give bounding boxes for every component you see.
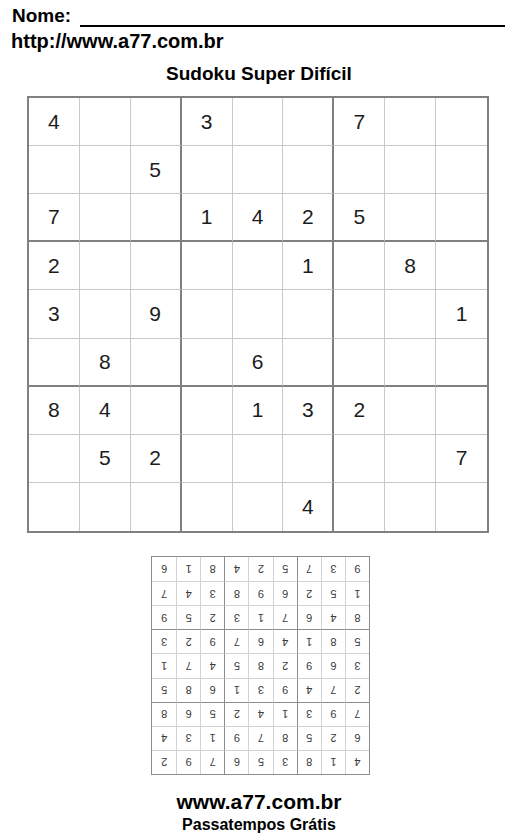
sudoku-cell-r5c9: 1 [436,290,487,338]
sudoku-cell-r9c7 [334,483,385,531]
solution-cell-r3c1: 7 [345,702,369,726]
solution-cell-r6c1: 5 [345,629,369,653]
sudoku-cell-r7c1: 8 [29,387,80,435]
solution-cell-r3c6: 2 [224,702,248,726]
sudoku-cell-r9c8 [385,483,436,531]
solution-cell-r3c5: 4 [248,702,272,726]
solution-cell-r8c3: 2 [297,581,321,605]
solution-cell-r4c2: 7 [321,678,345,702]
sudoku-cell-r8c1 [29,435,80,483]
sudoku-cell-r7c7: 2 [334,387,385,435]
solution-cell-r4c7: 6 [200,678,224,702]
name-fill-line [80,5,505,27]
sudoku-cell-r3c5: 4 [233,194,284,242]
sudoku-cell-r4c7 [334,242,385,290]
sudoku-cell-r2c2 [80,146,131,194]
solution-cell-r3c4: 1 [273,702,297,726]
sudoku-cell-r2c3: 5 [131,146,182,194]
solution-cell-r6c8: 2 [176,629,200,653]
solution-cell-r8c2: 5 [321,581,345,605]
sudoku-cell-r6c8 [385,339,436,387]
sudoku-cell-r4c3 [131,242,182,290]
solution-cell-r8c9: 7 [152,581,176,605]
sudoku-cell-r5c4 [182,290,233,338]
sudoku-cell-r5c7 [334,290,385,338]
solution-cell-r1c1: 4 [345,750,369,774]
solution-cell-r8c1: 1 [345,581,369,605]
page-title: Sudoku Super Difícil [0,63,518,85]
solution-cell-r9c4: 5 [273,557,297,581]
sudoku-cell-r4c8: 8 [385,242,436,290]
solution-cell-r5c3: 9 [297,653,321,677]
name-row: Nome: [12,5,505,27]
sudoku-cell-r3c2 [80,194,131,242]
solution-cell-r4c8: 8 [176,678,200,702]
sudoku-cell-r8c3: 2 [131,435,182,483]
sudoku-cell-r5c6 [283,290,334,338]
solution-cell-r2c7: 1 [200,726,224,750]
sudoku-cell-r4c1: 2 [29,242,80,290]
sudoku-cell-r6c4 [182,339,233,387]
sudoku-cell-r6c9 [436,339,487,387]
sudoku-cell-r7c2: 4 [80,387,131,435]
solution-cell-r8c5: 9 [248,581,272,605]
solution-cell-r5c2: 6 [321,653,345,677]
sudoku-cell-r1c7: 7 [334,98,385,146]
solution-cell-r1c7: 7 [200,750,224,774]
sudoku-cell-r9c4 [182,483,233,531]
sudoku-cell-r4c4 [182,242,233,290]
sudoku-cell-r4c9 [436,242,487,290]
solution-cell-r7c3: 6 [297,605,321,629]
solution-cell-r1c6: 6 [224,750,248,774]
solution-cell-r7c8: 5 [176,605,200,629]
footer-site: www.a77.com.br [0,790,518,814]
sudoku-cell-r1c5 [233,98,284,146]
solution-cell-r4c3: 4 [297,678,321,702]
solution-cell-r5c5: 8 [248,653,272,677]
solution-cell-r7c5: 1 [248,605,272,629]
sudoku-cell-r1c9 [436,98,487,146]
solution-cell-r3c7: 5 [200,702,224,726]
solution-cell-r7c2: 4 [321,605,345,629]
solution-cell-r1c3: 8 [297,750,321,774]
solution-cell-r5c6: 5 [224,653,248,677]
solution-cell-r5c4: 2 [273,653,297,677]
sudoku-solution-grid: 4183567926258791347931425682749316853692… [151,556,370,775]
sudoku-cell-r7c4 [182,387,233,435]
solution-cell-r6c5: 6 [248,629,272,653]
sudoku-cell-r7c5: 1 [233,387,284,435]
sudoku-cell-r9c2 [80,483,131,531]
solution-cell-r7c6: 3 [224,605,248,629]
sudoku-cell-r5c2 [80,290,131,338]
sudoku-cell-r6c1 [29,339,80,387]
sudoku-cell-r3c8 [385,194,436,242]
sudoku-cell-r1c1: 4 [29,98,80,146]
solution-cell-r1c9: 2 [152,750,176,774]
solution-cell-r3c3: 3 [297,702,321,726]
solution-cell-r9c8: 1 [176,557,200,581]
solution-cell-r4c9: 5 [152,678,176,702]
solution-cell-r9c2: 3 [321,557,345,581]
solution-cell-r5c8: 7 [176,653,200,677]
sudoku-cell-r3c9 [436,194,487,242]
name-label: Nome: [12,5,71,27]
solution-cell-r4c1: 2 [345,678,369,702]
sudoku-cell-r1c4: 3 [182,98,233,146]
sudoku-cell-r2c4 [182,146,233,194]
solution-cell-r9c3: 7 [297,557,321,581]
solution-cell-r2c5: 7 [248,726,272,750]
solution-cell-r2c2: 2 [321,726,345,750]
solution-cell-r2c3: 5 [297,726,321,750]
sudoku-cell-r6c7 [334,339,385,387]
solution-cell-r6c7: 9 [200,629,224,653]
sudoku-cell-r3c4: 1 [182,194,233,242]
solution-cell-r1c4: 3 [273,750,297,774]
solution-cell-r7c9: 9 [152,605,176,629]
solution-cell-r6c2: 8 [321,629,345,653]
sudoku-cell-r9c9 [436,483,487,531]
sudoku-cell-r9c1 [29,483,80,531]
sudoku-cell-r5c3: 9 [131,290,182,338]
sudoku-cell-r7c9 [436,387,487,435]
solution-cell-r6c4: 4 [273,629,297,653]
sudoku-cell-r5c8 [385,290,436,338]
sudoku-cell-r6c6 [283,339,334,387]
sudoku-cell-r8c7 [334,435,385,483]
sudoku-cell-r6c5: 6 [233,339,284,387]
sudoku-cell-r3c6: 2 [283,194,334,242]
solution-cell-r3c2: 9 [321,702,345,726]
solution-cell-r5c7: 4 [200,653,224,677]
sudoku-cell-r4c2 [80,242,131,290]
sudoku-cell-r2c1 [29,146,80,194]
solution-cell-r1c2: 1 [321,750,345,774]
sudoku-cell-r3c7: 5 [334,194,385,242]
solution-cell-r9c6: 4 [224,557,248,581]
sudoku-cell-r4c6: 1 [283,242,334,290]
solution-cell-r8c8: 4 [176,581,200,605]
sudoku-cell-r2c9 [436,146,487,194]
sudoku-cell-r2c7 [334,146,385,194]
solution-cell-r1c5: 5 [248,750,272,774]
solution-cell-r2c4: 8 [273,726,297,750]
sudoku-cell-r8c2: 5 [80,435,131,483]
solution-cell-r2c9: 4 [152,726,176,750]
solution-cell-r7c1: 8 [345,605,369,629]
sudoku-cell-r3c1: 7 [29,194,80,242]
solution-cell-r9c7: 8 [200,557,224,581]
sudoku-cell-r7c6: 3 [283,387,334,435]
sudoku-cell-r2c8 [385,146,436,194]
solution-cell-r2c1: 6 [345,726,369,750]
sudoku-cell-r9c3 [131,483,182,531]
solution-cell-r8c4: 6 [273,581,297,605]
sudoku-cell-r1c2 [80,98,131,146]
solution-cell-r4c5: 3 [248,678,272,702]
solution-cell-r5c1: 3 [345,653,369,677]
solution-cell-r3c8: 6 [176,702,200,726]
solution-cell-r9c1: 9 [345,557,369,581]
solution-cell-r1c8: 9 [176,750,200,774]
solution-cell-r4c6: 1 [224,678,248,702]
sudoku-cell-r8c9: 7 [436,435,487,483]
site-url: http://www.a77.com.br [11,29,224,53]
sudoku-cell-r3c3 [131,194,182,242]
sudoku-cell-r8c5 [233,435,284,483]
solution-cell-r6c6: 7 [224,629,248,653]
sudoku-grid: 43757142521839186841325274 [27,96,489,533]
sudoku-cell-r1c3 [131,98,182,146]
solution-cell-r7c4: 7 [273,605,297,629]
solution-cell-r2c6: 9 [224,726,248,750]
sudoku-cell-r6c2: 8 [80,339,131,387]
solution-cell-r8c7: 3 [200,581,224,605]
solution-cell-r5c9: 1 [152,653,176,677]
sudoku-cell-r4c5 [233,242,284,290]
sudoku-cell-r1c6 [283,98,334,146]
sudoku-cell-r5c5 [233,290,284,338]
solution-cell-r7c7: 2 [200,605,224,629]
sudoku-cell-r5c1: 3 [29,290,80,338]
sudoku-cell-r7c8 [385,387,436,435]
sudoku-cell-r9c5 [233,483,284,531]
sudoku-cell-r6c3 [131,339,182,387]
solution-cell-r4c4: 9 [273,678,297,702]
solution-cell-r3c9: 8 [152,702,176,726]
sudoku-cell-r2c5 [233,146,284,194]
solution-cell-r2c8: 3 [176,726,200,750]
solution-cell-r9c9: 6 [152,557,176,581]
solution-cell-r6c9: 3 [152,629,176,653]
sudoku-cell-r7c3 [131,387,182,435]
solution-cell-r9c5: 2 [248,557,272,581]
sudoku-cell-r2c6 [283,146,334,194]
sudoku-cell-r1c8 [385,98,436,146]
sudoku-cell-r9c6: 4 [283,483,334,531]
solution-cell-r8c6: 8 [224,581,248,605]
footer-tagline: Passatempos Grátis [0,816,518,834]
solution-cell-r6c3: 1 [297,629,321,653]
sudoku-cell-r8c4 [182,435,233,483]
sudoku-cell-r8c8 [385,435,436,483]
sudoku-cell-r8c6 [283,435,334,483]
